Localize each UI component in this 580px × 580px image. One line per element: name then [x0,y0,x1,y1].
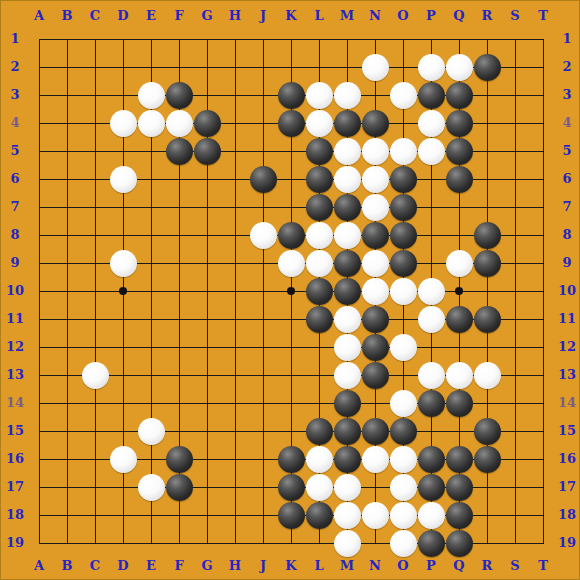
col-label-top-Q: Q [447,8,471,24]
row-label-right-18: 18 [555,507,579,523]
row-label-left-9: 9 [3,255,27,271]
col-label-bottom-A: A [27,558,51,574]
stone-white-M18 [334,502,361,529]
row-label-left-8: 8 [3,227,27,243]
stone-white-L3 [306,82,333,109]
col-label-top-N: N [363,8,387,24]
col-label-bottom-E: E [139,558,163,574]
stone-white-L8 [306,222,333,249]
row-label-left-11: 11 [3,311,27,327]
col-label-top-O: O [391,8,415,24]
stone-black-R11 [474,306,501,333]
stone-black-O6 [390,166,417,193]
stone-black-Q5 [446,138,473,165]
col-label-top-D: D [111,8,135,24]
stone-black-K3 [278,82,305,109]
stone-white-D16 [110,446,137,473]
stone-white-N16 [362,446,389,473]
row-label-right-4: 4 [555,115,579,131]
stone-white-N18 [362,502,389,529]
row-label-right-19: 19 [555,535,579,551]
stone-white-M3 [334,82,361,109]
stone-black-Q11 [446,306,473,333]
stone-black-R9 [474,250,501,277]
row-label-left-2: 2 [3,59,27,75]
col-label-bottom-Q: Q [447,558,471,574]
row-label-right-16: 16 [555,451,579,467]
stone-black-F17 [166,474,193,501]
col-label-top-A: A [27,8,51,24]
stone-black-R15 [474,418,501,445]
stone-white-M5 [334,138,361,165]
stone-white-O19 [390,530,417,557]
row-label-left-18: 18 [3,507,27,523]
stone-black-L7 [306,194,333,221]
stone-black-O7 [390,194,417,221]
stone-black-M16 [334,446,361,473]
stone-black-Q17 [446,474,473,501]
stone-white-P11 [418,306,445,333]
col-label-bottom-O: O [391,558,415,574]
stone-black-L10 [306,278,333,305]
row-label-left-16: 16 [3,451,27,467]
stone-white-N10 [362,278,389,305]
stone-black-O9 [390,250,417,277]
go-board: ABCDEFGHJKLMNOPQRST ABCDEFGHJKLMNOPQRST … [0,0,580,580]
stone-white-Q2 [446,54,473,81]
stone-white-E15 [138,418,165,445]
row-label-left-17: 17 [3,479,27,495]
col-label-top-C: C [83,8,107,24]
stone-black-O8 [390,222,417,249]
stone-black-P19 [418,530,445,557]
stone-white-Q13 [446,362,473,389]
col-label-top-S: S [503,8,527,24]
stone-white-L17 [306,474,333,501]
stone-white-K9 [278,250,305,277]
stone-black-G5 [194,138,221,165]
row-label-left-15: 15 [3,423,27,439]
row-label-right-1: 1 [555,31,579,47]
stone-white-D6 [110,166,137,193]
row-label-left-13: 13 [3,367,27,383]
col-label-top-H: H [223,8,247,24]
row-label-left-4: 4 [3,115,27,131]
stone-white-D9 [110,250,137,277]
stone-white-O12 [390,334,417,361]
col-label-bottom-T: T [531,558,555,574]
stone-black-R2 [474,54,501,81]
stone-white-M6 [334,166,361,193]
row-label-right-14: 14 [555,395,579,411]
stone-white-L4 [306,110,333,137]
stone-white-P5 [418,138,445,165]
stone-black-L15 [306,418,333,445]
stone-white-L9 [306,250,333,277]
stone-black-N12 [362,334,389,361]
col-label-top-F: F [167,8,191,24]
row-label-left-1: 1 [3,31,27,47]
stone-black-N15 [362,418,389,445]
col-label-bottom-F: F [167,558,191,574]
stone-white-E3 [138,82,165,109]
row-label-left-3: 3 [3,87,27,103]
stone-black-M7 [334,194,361,221]
star-point-D10 [119,287,127,295]
stone-black-L18 [306,502,333,529]
stone-white-Q9 [446,250,473,277]
row-label-left-14: 14 [3,395,27,411]
row-label-right-3: 3 [555,87,579,103]
row-label-right-8: 8 [555,227,579,243]
stone-white-P18 [418,502,445,529]
col-label-top-R: R [475,8,499,24]
stone-white-C13 [82,362,109,389]
stone-white-R13 [474,362,501,389]
stone-black-F16 [166,446,193,473]
stone-white-P4 [418,110,445,137]
row-label-right-15: 15 [555,423,579,439]
row-label-left-6: 6 [3,171,27,187]
col-label-bottom-M: M [335,558,359,574]
stone-black-L6 [306,166,333,193]
stone-black-Q4 [446,110,473,137]
col-label-top-T: T [531,8,555,24]
row-label-right-5: 5 [555,143,579,159]
stone-black-J6 [250,166,277,193]
row-label-left-10: 10 [3,283,27,299]
stone-white-D4 [110,110,137,137]
row-label-right-13: 13 [555,367,579,383]
stone-black-F3 [166,82,193,109]
stone-black-R8 [474,222,501,249]
stone-white-N2 [362,54,389,81]
grid-line-horizontal-15 [39,431,544,432]
row-label-left-7: 7 [3,199,27,215]
col-label-bottom-H: H [223,558,247,574]
stone-white-M8 [334,222,361,249]
row-label-right-2: 2 [555,59,579,75]
row-label-right-6: 6 [555,171,579,187]
stone-black-P3 [418,82,445,109]
col-label-bottom-K: K [279,558,303,574]
stone-white-N7 [362,194,389,221]
row-label-left-12: 12 [3,339,27,355]
stone-black-K17 [278,474,305,501]
stone-black-Q3 [446,82,473,109]
col-label-top-G: G [195,8,219,24]
stone-black-K4 [278,110,305,137]
stone-black-N11 [362,306,389,333]
stone-white-M13 [334,362,361,389]
stone-black-M14 [334,390,361,417]
col-label-bottom-L: L [307,558,331,574]
stone-black-Q6 [446,166,473,193]
grid-line-horizontal-12 [39,347,544,348]
stone-white-O3 [390,82,417,109]
stone-white-P2 [418,54,445,81]
col-label-top-K: K [279,8,303,24]
stone-black-R16 [474,446,501,473]
stone-white-M11 [334,306,361,333]
stone-white-N9 [362,250,389,277]
stone-black-Q16 [446,446,473,473]
stone-white-M12 [334,334,361,361]
col-label-top-B: B [55,8,79,24]
stone-white-O14 [390,390,417,417]
stone-black-P16 [418,446,445,473]
col-label-top-J: J [251,8,275,24]
row-label-right-12: 12 [555,339,579,355]
col-label-top-M: M [335,8,359,24]
star-point-Q10 [455,287,463,295]
stone-white-F4 [166,110,193,137]
stone-white-N5 [362,138,389,165]
row-label-right-7: 7 [555,199,579,215]
stone-white-E4 [138,110,165,137]
stone-white-J8 [250,222,277,249]
col-label-bottom-G: G [195,558,219,574]
stone-white-O10 [390,278,417,305]
stone-black-M15 [334,418,361,445]
stone-white-O17 [390,474,417,501]
stone-white-M19 [334,530,361,557]
stone-black-L11 [306,306,333,333]
stone-black-N4 [362,110,389,137]
stone-black-M9 [334,250,361,277]
col-label-bottom-J: J [251,558,275,574]
stone-black-L5 [306,138,333,165]
row-label-left-5: 5 [3,143,27,159]
row-label-right-9: 9 [555,255,579,271]
row-label-right-17: 17 [555,479,579,495]
stone-black-O15 [390,418,417,445]
stone-black-M4 [334,110,361,137]
stone-black-P14 [418,390,445,417]
stone-black-F5 [166,138,193,165]
stone-white-O18 [390,502,417,529]
stone-black-K16 [278,446,305,473]
stone-white-M17 [334,474,361,501]
stone-black-K18 [278,502,305,529]
col-label-top-E: E [139,8,163,24]
stone-black-N13 [362,362,389,389]
grid-line-vertical-S [515,39,516,544]
col-label-bottom-C: C [83,558,107,574]
stone-white-N6 [362,166,389,193]
stone-black-Q18 [446,502,473,529]
col-label-bottom-D: D [111,558,135,574]
stone-white-O16 [390,446,417,473]
stone-white-P10 [418,278,445,305]
stone-black-P17 [418,474,445,501]
col-label-top-P: P [419,8,443,24]
row-label-right-11: 11 [555,311,579,327]
stone-white-L16 [306,446,333,473]
col-label-top-L: L [307,8,331,24]
stone-black-M10 [334,278,361,305]
col-label-bottom-P: P [419,558,443,574]
row-label-left-19: 19 [3,535,27,551]
stone-black-N8 [362,222,389,249]
stone-black-K8 [278,222,305,249]
stone-black-Q19 [446,530,473,557]
star-point-K10 [287,287,295,295]
col-label-bottom-N: N [363,558,387,574]
row-label-right-10: 10 [555,283,579,299]
stone-white-O5 [390,138,417,165]
col-label-bottom-S: S [503,558,527,574]
col-label-bottom-B: B [55,558,79,574]
grid-line-vertical-T [543,39,544,544]
stone-black-Q14 [446,390,473,417]
stone-white-P13 [418,362,445,389]
col-label-bottom-R: R [475,558,499,574]
stone-black-G4 [194,110,221,137]
stone-white-E17 [138,474,165,501]
